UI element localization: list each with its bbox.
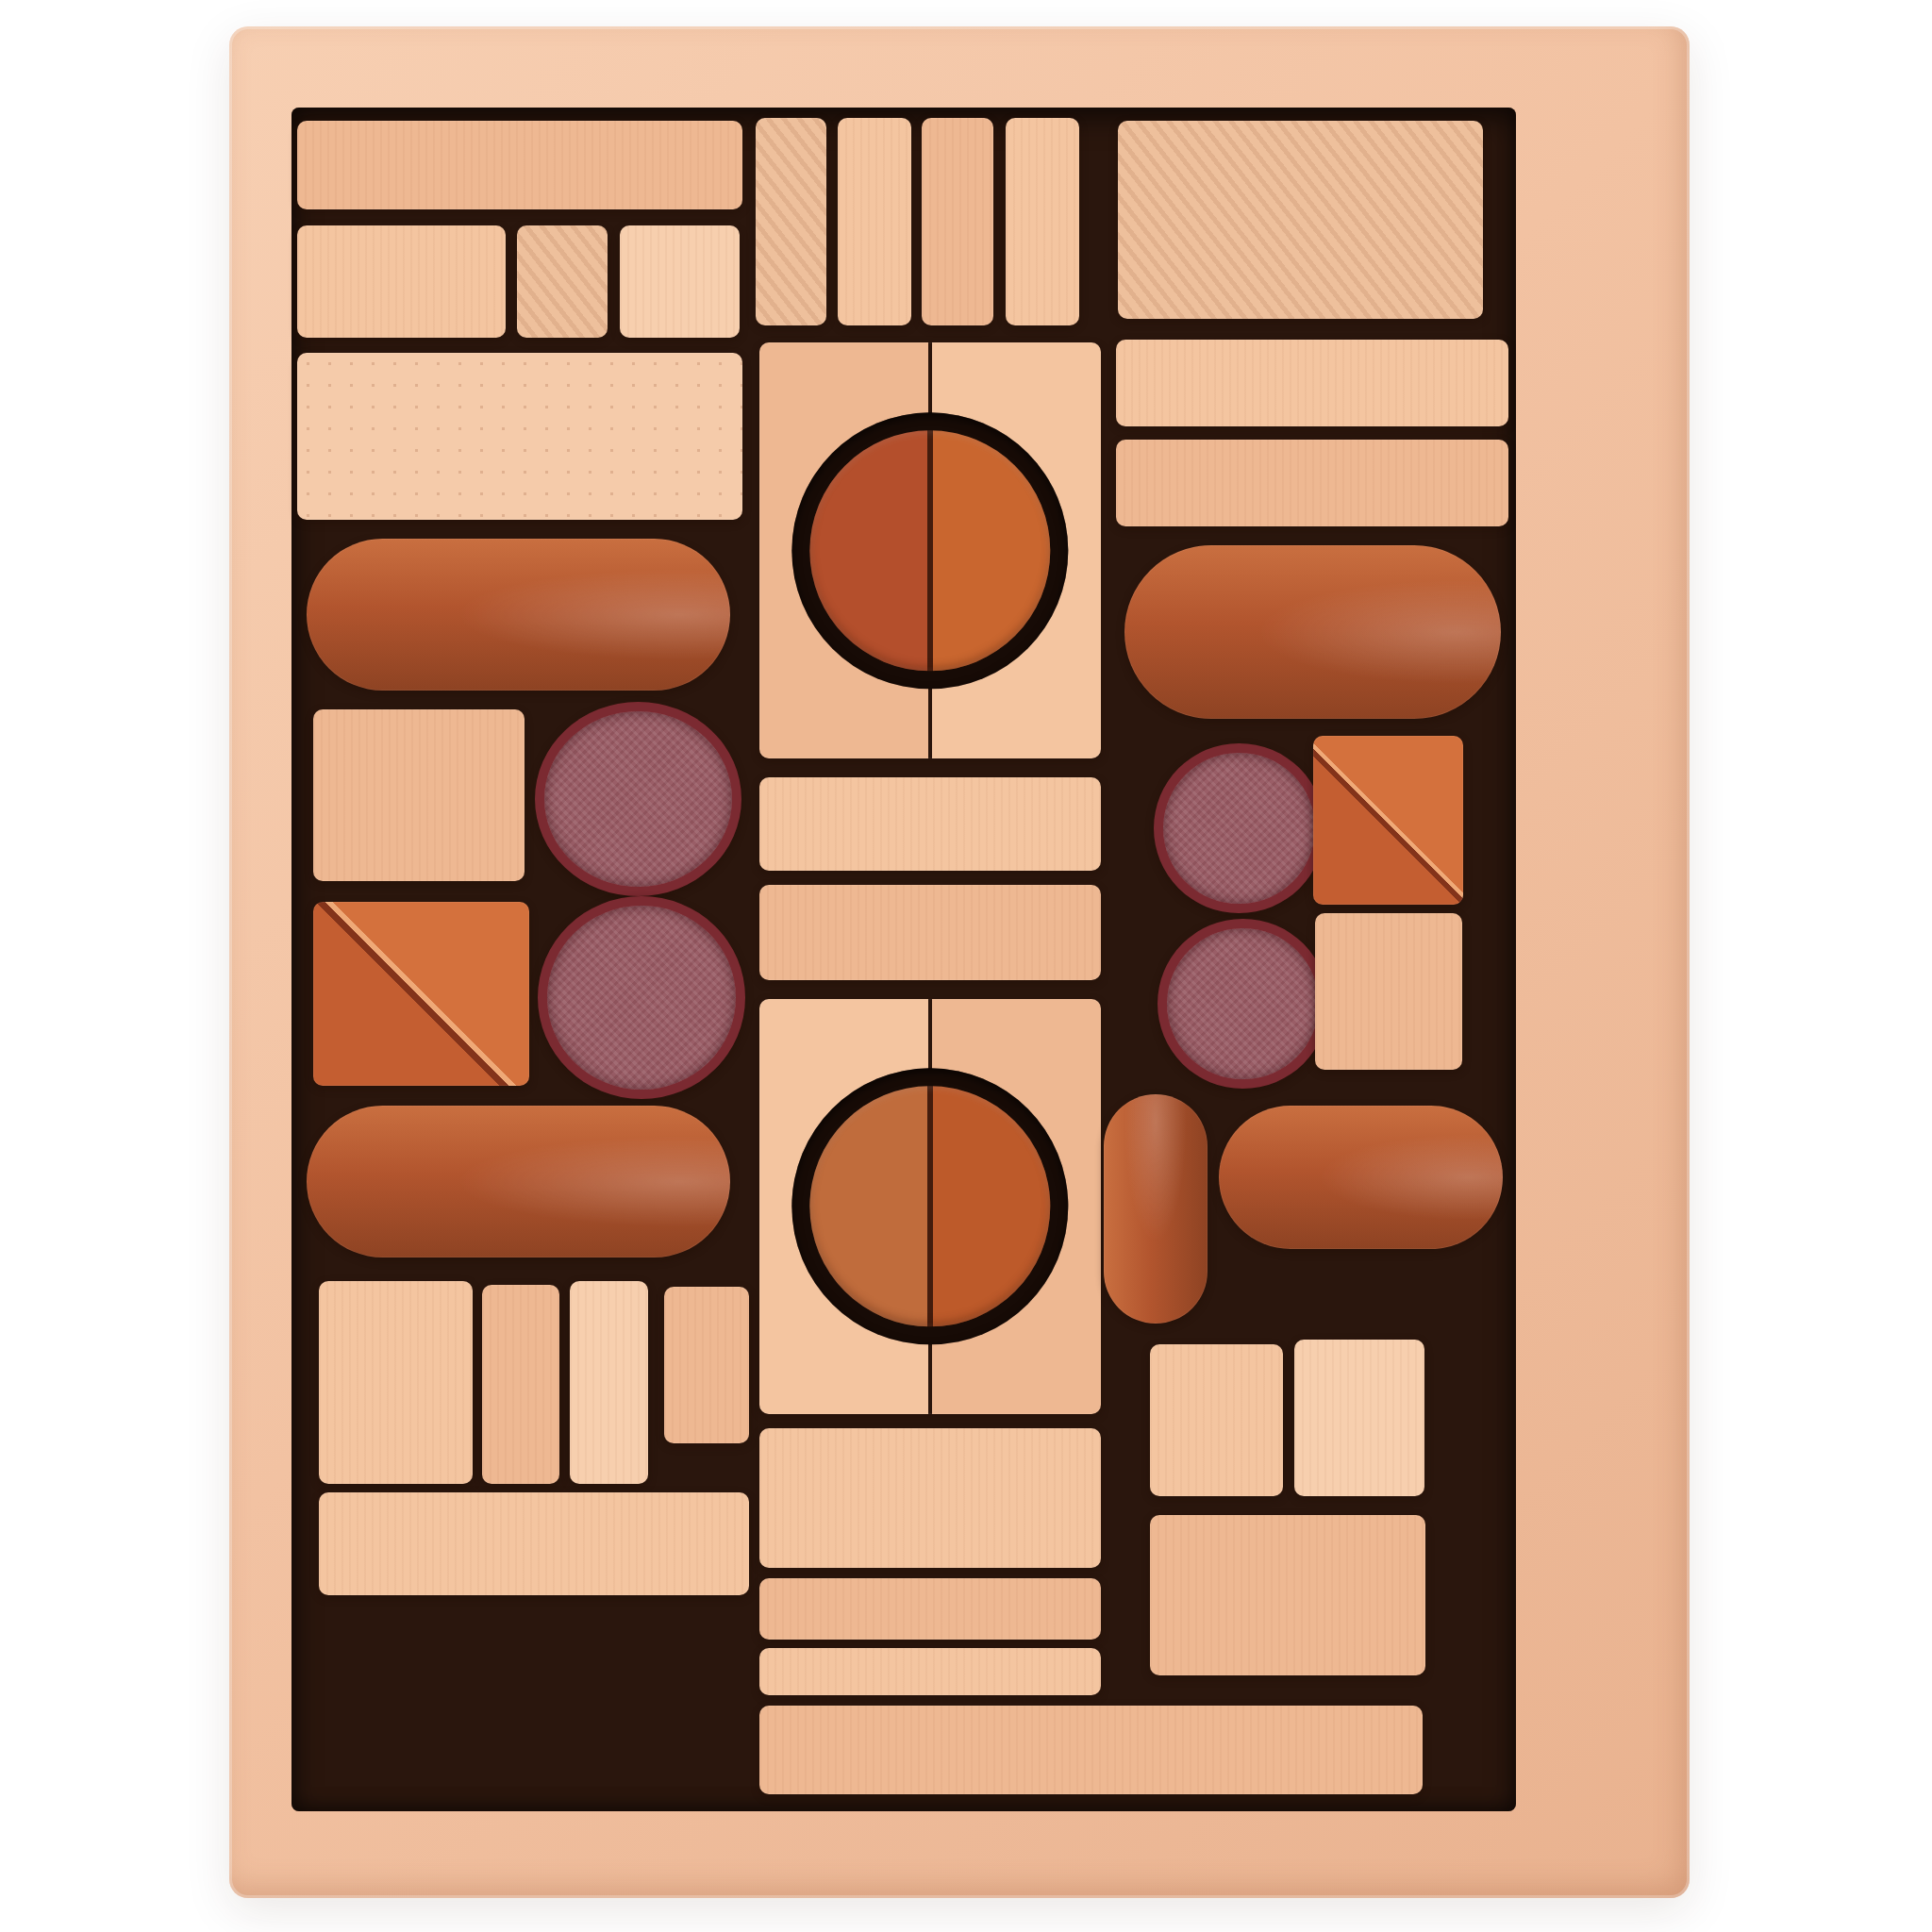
block-square-36[interactable] — [1315, 913, 1462, 1070]
block-square-39[interactable] — [1150, 1344, 1283, 1496]
block-vrect-17[interactable] — [756, 118, 826, 325]
block-square-2[interactable] — [297, 225, 506, 338]
block-rect-25[interactable] — [759, 1428, 1101, 1568]
block-vrect-14[interactable] — [570, 1281, 648, 1484]
block-square-40[interactable] — [1294, 1340, 1424, 1496]
block-plank-h-1[interactable] — [297, 121, 741, 209]
block-plank-h-16[interactable] — [319, 1492, 750, 1594]
block-plank-h-28[interactable] — [759, 1706, 1424, 1794]
block-tri-sq-9[interactable] — [313, 902, 528, 1086]
block-circle-end-10[interactable] — [538, 896, 745, 1099]
block-rect-29[interactable] — [1118, 121, 1483, 318]
block-circle-end-35[interactable] — [1158, 919, 1328, 1090]
half-cylinder-pair[interactable] — [809, 1086, 1050, 1326]
photo-canvas — [0, 0, 1932, 1932]
block-vrect-20[interactable] — [1006, 118, 1079, 325]
block-cyl-h-6[interactable] — [307, 539, 730, 691]
tray-interior — [291, 108, 1516, 1811]
half-cylinder-pair[interactable] — [809, 430, 1050, 671]
block-circle-end-8[interactable] — [535, 702, 741, 896]
arch-circle-cutout — [791, 412, 1068, 689]
block-square-7[interactable] — [313, 709, 524, 881]
block-plank-h-23[interactable] — [759, 885, 1101, 980]
block-cyl-v-37[interactable] — [1104, 1094, 1207, 1324]
block-cyl-h-38[interactable] — [1219, 1106, 1503, 1249]
block-rect-12[interactable] — [319, 1281, 474, 1484]
block-vrect-19[interactable] — [922, 118, 992, 325]
block-rect-41[interactable] — [1150, 1515, 1425, 1675]
block-cyl-h-11[interactable] — [307, 1106, 730, 1257]
block-vrect-3[interactable] — [517, 225, 608, 338]
block-plank-h-26[interactable] — [759, 1578, 1101, 1640]
block-plank-h-27[interactable] — [759, 1648, 1101, 1696]
block-circle-end-33[interactable] — [1154, 743, 1324, 914]
block-tri-sq-34[interactable] — [1313, 736, 1464, 905]
block-rect-5[interactable] — [297, 353, 741, 520]
block-vrect-13[interactable] — [482, 1285, 559, 1484]
block-plank-h-30[interactable] — [1116, 340, 1509, 426]
block-arch-pair-21[interactable] — [759, 342, 1101, 758]
wooden-tray-frame — [229, 26, 1690, 1898]
arch-circle-cutout — [791, 1068, 1068, 1344]
block-plank-h-22[interactable] — [759, 777, 1101, 871]
block-arch-pair-24[interactable] — [759, 999, 1101, 1415]
block-vrect-4[interactable] — [620, 225, 740, 338]
block-cyl-h-32[interactable] — [1124, 545, 1502, 719]
block-vrect-18[interactable] — [838, 118, 911, 325]
block-square-15[interactable] — [664, 1287, 750, 1443]
block-plank-h-31[interactable] — [1116, 440, 1509, 526]
